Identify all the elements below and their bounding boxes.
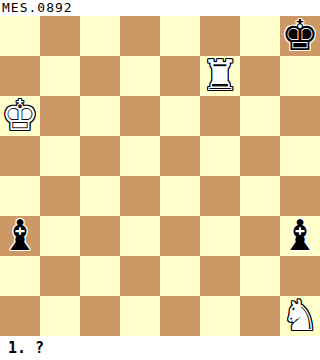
square-g1[interactable] — [240, 296, 280, 336]
square-g6[interactable] — [240, 96, 280, 136]
square-h6[interactable] — [280, 96, 320, 136]
square-d1[interactable] — [120, 296, 160, 336]
piece-white-king[interactable]: ♚ — [1, 96, 39, 136]
square-e3[interactable] — [160, 216, 200, 256]
square-e2[interactable] — [160, 256, 200, 296]
square-b2[interactable] — [40, 256, 80, 296]
piece-black-king[interactable]: ♚ — [281, 16, 319, 56]
chess-board: ♚♜♚♝♝♞ — [0, 16, 320, 336]
square-h5[interactable] — [280, 136, 320, 176]
square-a4[interactable] — [0, 176, 40, 216]
square-h4[interactable] — [280, 176, 320, 216]
square-c8[interactable] — [80, 16, 120, 56]
square-c6[interactable] — [80, 96, 120, 136]
square-e7[interactable] — [160, 56, 200, 96]
square-h7[interactable] — [280, 56, 320, 96]
square-f4[interactable] — [200, 176, 240, 216]
square-b8[interactable] — [40, 16, 80, 56]
square-c2[interactable] — [80, 256, 120, 296]
square-d7[interactable] — [120, 56, 160, 96]
square-d5[interactable] — [120, 136, 160, 176]
square-e8[interactable] — [160, 16, 200, 56]
square-b4[interactable] — [40, 176, 80, 216]
square-a5[interactable] — [0, 136, 40, 176]
square-g8[interactable] — [240, 16, 280, 56]
square-g3[interactable] — [240, 216, 280, 256]
piece-white-knight[interactable]: ♞ — [281, 296, 319, 336]
square-f7[interactable]: ♜ — [200, 56, 240, 96]
square-a3[interactable]: ♝ — [0, 216, 40, 256]
problem-id: MES.0892 — [0, 0, 320, 16]
square-h8[interactable]: ♚ — [280, 16, 320, 56]
square-a7[interactable] — [0, 56, 40, 96]
square-d8[interactable] — [120, 16, 160, 56]
square-a6[interactable]: ♚ — [0, 96, 40, 136]
square-f2[interactable] — [200, 256, 240, 296]
square-a2[interactable] — [0, 256, 40, 296]
square-g7[interactable] — [240, 56, 280, 96]
square-f1[interactable] — [200, 296, 240, 336]
square-b1[interactable] — [40, 296, 80, 336]
square-d4[interactable] — [120, 176, 160, 216]
square-e1[interactable] — [160, 296, 200, 336]
piece-black-bishop[interactable]: ♝ — [281, 216, 319, 256]
square-g4[interactable] — [240, 176, 280, 216]
square-c5[interactable] — [80, 136, 120, 176]
square-h3[interactable]: ♝ — [280, 216, 320, 256]
square-b7[interactable] — [40, 56, 80, 96]
square-a8[interactable] — [0, 16, 40, 56]
square-d6[interactable] — [120, 96, 160, 136]
move-prompt: 1. ? — [0, 336, 320, 360]
square-f3[interactable] — [200, 216, 240, 256]
square-f8[interactable] — [200, 16, 240, 56]
square-f5[interactable] — [200, 136, 240, 176]
square-d2[interactable] — [120, 256, 160, 296]
square-c7[interactable] — [80, 56, 120, 96]
square-d3[interactable] — [120, 216, 160, 256]
square-e5[interactable] — [160, 136, 200, 176]
square-f6[interactable] — [200, 96, 240, 136]
square-b5[interactable] — [40, 136, 80, 176]
square-h2[interactable] — [280, 256, 320, 296]
square-g2[interactable] — [240, 256, 280, 296]
square-h1[interactable]: ♞ — [280, 296, 320, 336]
piece-black-bishop[interactable]: ♝ — [1, 216, 39, 256]
square-c1[interactable] — [80, 296, 120, 336]
square-b3[interactable] — [40, 216, 80, 256]
chess-problem-screen: MES.0892 ♚♜♚♝♝♞ 1. ? — [0, 0, 320, 360]
square-g5[interactable] — [240, 136, 280, 176]
square-c3[interactable] — [80, 216, 120, 256]
square-e4[interactable] — [160, 176, 200, 216]
square-a1[interactable] — [0, 296, 40, 336]
square-b6[interactable] — [40, 96, 80, 136]
square-e6[interactable] — [160, 96, 200, 136]
piece-white-rook[interactable]: ♜ — [201, 56, 239, 96]
square-c4[interactable] — [80, 176, 120, 216]
